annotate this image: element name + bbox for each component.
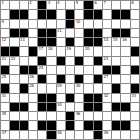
clue-number: 14 <box>103 38 108 42</box>
cell-r14c12[interactable] <box>103 121 111 129</box>
clue-number: 10 <box>76 20 81 24</box>
clue-number: 37 <box>2 131 7 135</box>
cell-r3c12[interactable] <box>103 20 111 28</box>
cell-r6c7[interactable] <box>57 47 65 55</box>
cell-r5c7[interactable] <box>57 38 65 46</box>
cell-r12c8[interactable] <box>66 103 74 111</box>
clue-number: 2 <box>29 1 31 5</box>
cell-r2c7[interactable] <box>57 10 65 18</box>
black-cell-r2c11 <box>94 10 102 18</box>
cell-r2c12[interactable] <box>103 10 111 18</box>
clue-number: 24 <box>39 66 44 70</box>
cell-r12c4[interactable] <box>29 103 37 111</box>
cell-r3c4[interactable] <box>29 20 37 28</box>
black-cell-r4c11 <box>94 29 102 37</box>
cell-r15c2[interactable] <box>10 131 18 139</box>
cell-r15c3[interactable] <box>20 131 28 139</box>
cell-r4c8[interactable] <box>66 29 74 37</box>
black-cell-r5c10 <box>84 38 92 46</box>
cell-r13c5[interactable] <box>38 112 46 120</box>
cell-r9c12[interactable]: 27 <box>103 75 111 83</box>
black-cell-r12c11 <box>94 103 102 111</box>
cell-r12c7[interactable]: 34 <box>57 103 65 111</box>
cell-r2c4[interactable] <box>29 10 37 18</box>
clue-number: 30 <box>76 84 81 88</box>
black-cell-r12c10 <box>84 103 92 111</box>
cell-r15c10[interactable] <box>84 131 92 139</box>
clue-number: 5 <box>76 1 78 5</box>
cell-r8c9[interactable] <box>75 66 83 74</box>
black-cell-r15c11 <box>94 131 102 139</box>
cell-r4c9[interactable] <box>75 29 83 37</box>
black-cell-r2c14 <box>121 10 129 18</box>
cell-r11c9[interactable] <box>75 94 83 102</box>
black-cell-r4c3 <box>20 29 28 37</box>
black-cell-r6c15 <box>131 47 139 55</box>
cell-r2c1[interactable] <box>1 10 9 18</box>
cell-r10c4[interactable]: 28 <box>29 84 37 92</box>
clue-number: 28 <box>29 84 34 88</box>
cell-r6c9[interactable] <box>75 47 83 55</box>
clue-number: 32 <box>103 94 108 98</box>
cell-r11c12[interactable]: 32 <box>103 94 111 102</box>
black-cell-r12c5 <box>38 103 46 111</box>
cell-r12c1[interactable] <box>1 103 9 111</box>
black-cell-r12c2 <box>10 103 18 111</box>
crossword-grid: 1234567891011121314151617181920212223242… <box>0 0 140 140</box>
cell-r15c13[interactable] <box>112 131 120 139</box>
cell-r11c2[interactable] <box>10 94 18 102</box>
cell-r10c11[interactable] <box>94 84 102 92</box>
black-cell-r9c11 <box>94 75 102 83</box>
black-cell-r7c5 <box>38 57 46 65</box>
cell-r2c9[interactable] <box>75 10 83 18</box>
black-cell-r3c8 <box>66 20 74 28</box>
cell-r15c12[interactable]: 39 <box>103 131 111 139</box>
cell-r3c10[interactable] <box>84 20 92 28</box>
cell-r9c15[interactable] <box>131 75 139 83</box>
cell-r1c12[interactable]: 7 <box>103 1 111 9</box>
cell-r1c1[interactable]: 1 <box>1 1 9 9</box>
clue-number: 6 <box>94 1 96 5</box>
cell-r1c3[interactable] <box>20 1 28 9</box>
cell-r7c14[interactable] <box>121 57 129 65</box>
black-cell-r11c5 <box>38 94 46 102</box>
black-cell-r14c14 <box>121 121 129 129</box>
cell-r11c15[interactable]: 33 <box>131 94 139 102</box>
cell-r6c6[interactable]: 18 <box>47 47 55 55</box>
cell-r8c5[interactable]: 24 <box>38 66 46 74</box>
cell-r3c14[interactable] <box>121 20 129 28</box>
cell-r13c7[interactable] <box>57 112 65 120</box>
black-cell-r8c4 <box>29 66 37 74</box>
cell-r5c9[interactable] <box>75 38 83 46</box>
cell-r5c3[interactable]: 13 <box>20 38 28 46</box>
clue-number: 39 <box>103 131 108 135</box>
black-cell-r5c5 <box>38 38 46 46</box>
black-cell-r5c8 <box>66 38 74 46</box>
cell-r13c11[interactable] <box>94 112 102 120</box>
clue-number: 31 <box>2 94 7 98</box>
cell-r5c4[interactable] <box>29 38 37 46</box>
cell-r7c15[interactable] <box>131 57 139 65</box>
black-cell-r10c3 <box>20 84 28 92</box>
cell-r15c1[interactable]: 37 <box>1 131 9 139</box>
cell-r6c5[interactable]: 17 <box>38 47 46 55</box>
cell-r7c4[interactable] <box>29 57 37 65</box>
black-cell-r12c3 <box>20 103 28 111</box>
black-cell-r2c5 <box>38 10 46 18</box>
black-cell-r7c9 <box>75 57 83 65</box>
cell-r5c14[interactable]: 16 <box>121 38 129 46</box>
cell-r12c15[interactable] <box>131 103 139 111</box>
cell-r15c4[interactable] <box>29 131 37 139</box>
black-cell-r9c5 <box>38 75 46 83</box>
black-cell-r4c2 <box>10 29 18 37</box>
cell-r7c8[interactable] <box>66 57 74 65</box>
cell-r4c12[interactable] <box>103 29 111 37</box>
cell-r11c13[interactable] <box>112 94 120 102</box>
black-cell-r13c8 <box>66 112 74 120</box>
cell-r3c15[interactable] <box>131 20 139 28</box>
cell-r3c6[interactable] <box>47 20 55 28</box>
cell-r6c10[interactable]: 20 <box>84 47 92 55</box>
clue-number: 13 <box>20 38 25 42</box>
black-cell-r11c8 <box>66 94 74 102</box>
cell-r9c2[interactable] <box>10 75 18 83</box>
cell-r1c14[interactable] <box>121 1 129 9</box>
black-cell-r12c14 <box>121 103 129 111</box>
clue-number: 17 <box>39 47 44 51</box>
clue-number: 26 <box>29 75 34 79</box>
black-cell-r9c7 <box>57 75 65 83</box>
clue-number: 22 <box>11 57 16 61</box>
clue-number: 1 <box>2 1 4 5</box>
cell-r13c15[interactable] <box>131 112 139 120</box>
black-cell-r6c4 <box>29 47 37 55</box>
black-cell-r14c8 <box>66 121 74 129</box>
black-cell-r15c6 <box>47 131 55 139</box>
black-cell-r14c10 <box>84 121 92 129</box>
cell-r15c9[interactable] <box>75 131 83 139</box>
cell-r3c3[interactable] <box>20 20 28 28</box>
cell-r15c14[interactable] <box>121 131 129 139</box>
clue-number: 21 <box>2 57 7 61</box>
cell-r15c8[interactable] <box>66 131 74 139</box>
black-cell-r4c13 <box>112 29 120 37</box>
cell-r5c2[interactable] <box>10 38 18 46</box>
clue-number: 11 <box>57 29 62 33</box>
cell-r1c15[interactable]: 8 <box>131 1 139 9</box>
cell-r14c15[interactable] <box>131 121 139 129</box>
black-cell-r1c5 <box>38 1 46 9</box>
cell-r3c1[interactable]: 9 <box>1 20 9 28</box>
cell-r1c11[interactable]: 6 <box>94 1 102 9</box>
cell-r11c14[interactable] <box>121 94 129 102</box>
black-cell-r4c5 <box>38 29 46 37</box>
black-cell-r2c2 <box>10 10 18 18</box>
black-cell-r14c3 <box>20 121 28 129</box>
black-cell-r2c8 <box>66 10 74 18</box>
cell-r11c1[interactable]: 31 <box>1 94 9 102</box>
cell-r10c7[interactable]: 29 <box>57 84 65 92</box>
clue-number: 18 <box>48 47 53 51</box>
cell-r15c15[interactable] <box>131 131 139 139</box>
black-cell-r5c11 <box>94 38 102 46</box>
black-cell-r6c2 <box>10 47 18 55</box>
cell-r4c15[interactable] <box>131 29 139 37</box>
cell-r1c9[interactable]: 5 <box>75 1 83 9</box>
black-cell-r7c7 <box>57 57 65 65</box>
cell-r15c5[interactable] <box>38 131 46 139</box>
cell-r3c11[interactable] <box>94 20 102 28</box>
black-cell-r14c2 <box>10 121 18 129</box>
cell-r4c4[interactable] <box>29 29 37 37</box>
cell-r13c12[interactable] <box>103 112 111 120</box>
cell-r9c10[interactable] <box>84 75 92 83</box>
clue-number: 19 <box>66 47 71 51</box>
cell-r1c13[interactable] <box>112 1 120 9</box>
cell-r13c1[interactable]: 35 <box>1 112 9 120</box>
cell-r6c12[interactable] <box>103 47 111 55</box>
black-cell-r1c10 <box>84 1 92 9</box>
cell-r13c2[interactable] <box>10 112 18 120</box>
black-cell-r12c6 <box>47 103 55 111</box>
cell-r6c3[interactable] <box>20 47 28 55</box>
clue-number: 12 <box>2 38 7 42</box>
cell-r13c4[interactable] <box>29 112 37 120</box>
cell-r9c6[interactable] <box>47 75 55 83</box>
cell-r13c10[interactable] <box>84 112 92 120</box>
cell-r5c13[interactable]: 15 <box>112 38 120 46</box>
cell-r10c8[interactable] <box>66 84 74 92</box>
black-cell-r4c14 <box>121 29 129 37</box>
cell-r5c12[interactable]: 14 <box>103 38 111 46</box>
clue-number: 33 <box>131 94 136 98</box>
cell-r7c3[interactable] <box>20 57 28 65</box>
cell-r12c12[interactable] <box>103 103 111 111</box>
clue-number: 15 <box>113 38 118 42</box>
black-cell-r2c6 <box>47 10 55 18</box>
cell-r6c13[interactable] <box>112 47 120 55</box>
cell-r3c13[interactable] <box>112 20 120 28</box>
cell-r2c15[interactable] <box>131 10 139 18</box>
black-cell-r11c6 <box>47 94 55 102</box>
cell-r1c7[interactable]: 4 <box>57 1 65 9</box>
cell-r11c3[interactable] <box>20 94 28 102</box>
cell-r8c10[interactable] <box>84 66 92 74</box>
cell-r15c7[interactable]: 38 <box>57 131 65 139</box>
cell-r14c9[interactable] <box>75 121 83 129</box>
cell-r12c9[interactable] <box>75 103 83 111</box>
clue-number: 20 <box>85 47 90 51</box>
cell-r10c2[interactable] <box>10 84 18 92</box>
clue-number: 8 <box>131 1 133 5</box>
cell-r9c3[interactable] <box>20 75 28 83</box>
cell-r5c1[interactable]: 12 <box>1 38 9 46</box>
black-cell-r10c15 <box>131 84 139 92</box>
black-cell-r11c10 <box>84 94 92 102</box>
clue-number: 9 <box>2 20 4 24</box>
cell-r1c6[interactable]: 3 <box>47 1 55 9</box>
clue-number: 34 <box>57 103 62 107</box>
cell-r10c6[interactable] <box>47 84 55 92</box>
cell-r1c2[interactable] <box>10 1 18 9</box>
cell-r11c7[interactable] <box>57 94 65 102</box>
cell-r10c12[interactable] <box>103 84 111 92</box>
clue-number: 36 <box>76 112 81 116</box>
black-cell-r8c3 <box>20 66 28 74</box>
black-cell-r2c3 <box>20 10 28 18</box>
cell-r3c7[interactable] <box>57 20 65 28</box>
black-cell-r2c13 <box>112 10 120 18</box>
clue-number: 23 <box>103 57 108 61</box>
black-cell-r11c11 <box>94 94 102 102</box>
black-cell-r14c13 <box>112 121 120 129</box>
black-cell-r9c9 <box>75 75 83 83</box>
cell-r3c9[interactable]: 10 <box>75 20 83 28</box>
clue-number: 35 <box>2 112 7 116</box>
cell-r10c5[interactable] <box>38 84 46 92</box>
clue-number: 38 <box>57 131 62 135</box>
cell-r7c1[interactable]: 21 <box>1 57 9 65</box>
cell-r8c14[interactable] <box>121 66 129 74</box>
cell-r4c1[interactable] <box>1 29 9 37</box>
cell-r1c8[interactable] <box>66 1 74 9</box>
cell-r5c15[interactable] <box>131 38 139 46</box>
cell-r13c3[interactable] <box>20 112 28 120</box>
cell-r8c6[interactable] <box>47 66 55 74</box>
black-cell-r8c13 <box>112 66 120 74</box>
clue-number: 29 <box>57 84 62 88</box>
black-cell-r10c13 <box>112 84 120 92</box>
cell-r8c2[interactable] <box>10 66 18 74</box>
clue-number: 25 <box>2 75 7 79</box>
cell-r10c14[interactable] <box>121 84 129 92</box>
cell-r6c14[interactable] <box>121 47 129 55</box>
black-cell-r4c10 <box>84 29 92 37</box>
clue-number: 27 <box>103 75 108 79</box>
black-cell-r8c1 <box>1 66 9 74</box>
cell-r6c8[interactable]: 19 <box>66 47 74 55</box>
cell-r9c8[interactable] <box>66 75 74 83</box>
cell-r9c14[interactable] <box>121 75 129 83</box>
cell-r3c5[interactable] <box>38 20 46 28</box>
black-cell-r8c12 <box>103 66 111 74</box>
cell-r3c2[interactable] <box>10 20 18 28</box>
cell-r14c7[interactable] <box>57 121 65 129</box>
cell-r13c6[interactable] <box>47 112 55 120</box>
black-cell-r2c10 <box>84 10 92 18</box>
black-cell-r5c6 <box>47 38 55 46</box>
cell-r14c1[interactable] <box>1 121 9 129</box>
cell-r11c4[interactable] <box>29 94 37 102</box>
cell-r8c11[interactable] <box>94 66 102 74</box>
cell-r1c4[interactable]: 2 <box>29 1 37 9</box>
cell-r6c11[interactable] <box>94 47 102 55</box>
black-cell-r14c6 <box>47 121 55 129</box>
cell-r10c10[interactable] <box>84 84 92 92</box>
black-cell-r6c1 <box>1 47 9 55</box>
cell-r13c9[interactable]: 36 <box>75 112 83 120</box>
black-cell-r4c6 <box>47 29 55 37</box>
clue-number: 7 <box>103 1 105 5</box>
cell-r8c8[interactable] <box>66 66 74 74</box>
cell-r13c14[interactable] <box>121 112 129 120</box>
black-cell-r7c11 <box>94 57 102 65</box>
black-cell-r10c1 <box>1 84 9 92</box>
black-cell-r14c5 <box>38 121 46 129</box>
clue-number: 3 <box>48 1 50 5</box>
cell-r10c9[interactable]: 30 <box>75 84 83 92</box>
cell-r7c10[interactable] <box>84 57 92 65</box>
cell-r8c7[interactable] <box>57 66 65 74</box>
cell-r13c13[interactable] <box>112 112 120 120</box>
cell-r7c2[interactable]: 22 <box>10 57 18 65</box>
clue-number: 16 <box>122 38 127 42</box>
cell-r14c4[interactable] <box>29 121 37 129</box>
cell-r9c4[interactable]: 26 <box>29 75 37 83</box>
black-cell-r8c15 <box>131 66 139 74</box>
cell-r4c7[interactable]: 11 <box>57 29 65 37</box>
black-cell-r14c11 <box>94 121 102 129</box>
cell-r9c1[interactable]: 25 <box>1 75 9 83</box>
black-cell-r12c13 <box>112 103 120 111</box>
cell-r7c6[interactable] <box>47 57 55 65</box>
clue-number: 4 <box>57 1 59 5</box>
cell-r9c13[interactable] <box>112 75 120 83</box>
cell-r7c12[interactable]: 23 <box>103 57 111 65</box>
cell-r7c13[interactable] <box>112 57 120 65</box>
